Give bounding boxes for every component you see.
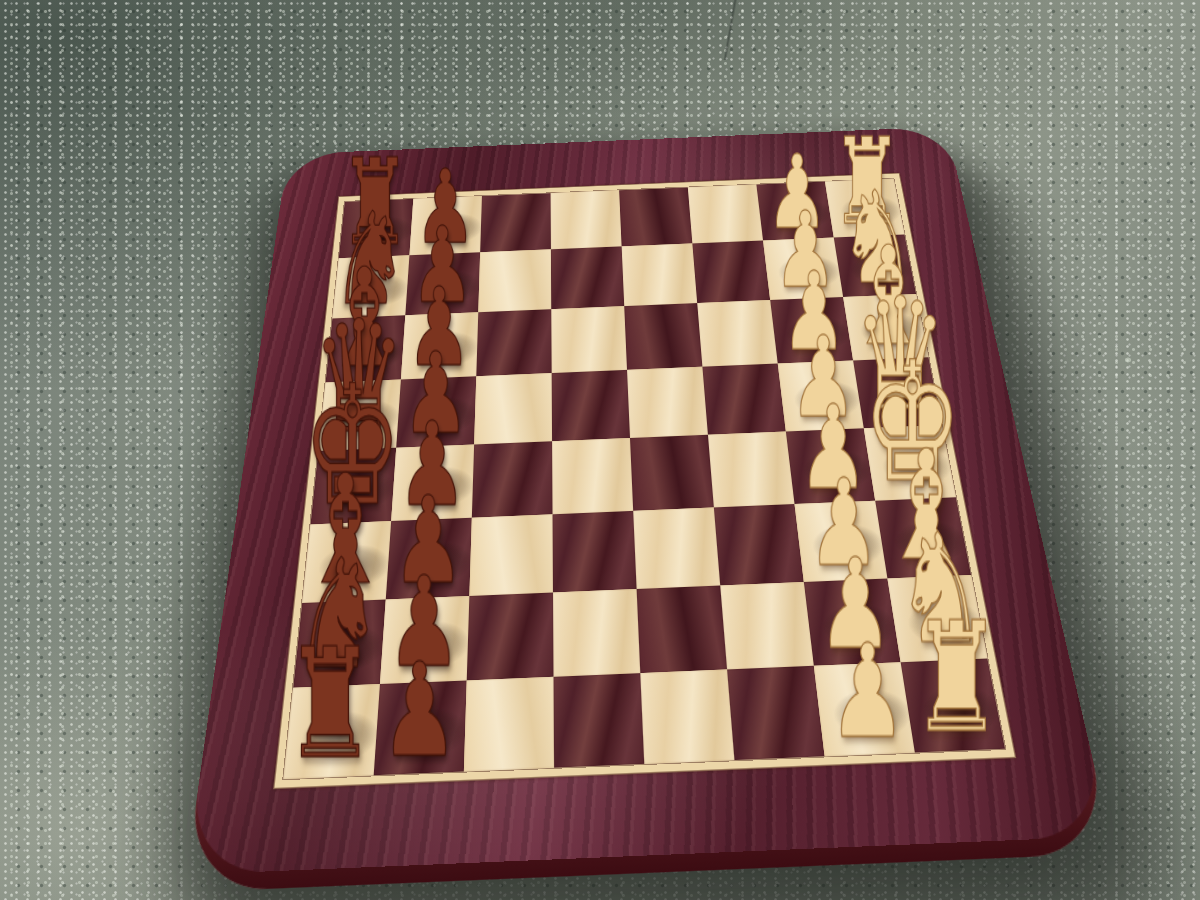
square-b5[interactable]	[551, 246, 624, 309]
square-d5[interactable]	[552, 370, 630, 441]
board-grid: ♜♟♟♜♞♟♟♞♝♟♟♝♛♟♟♛♚♟♟♚♝♟♟♝♞♟♟♞♜♟♟♜	[283, 179, 1005, 779]
square-g5[interactable]	[553, 589, 640, 677]
square-h5[interactable]	[554, 673, 645, 767]
board-inlay-border: ♜♟♟♜♞♟♟♞♝♟♟♝♛♟♟♛♚♟♟♚♝♟♟♝♞♟♟♞♜♟♟♜	[273, 173, 1016, 789]
square-f5[interactable]	[553, 511, 637, 593]
square-a5[interactable]	[551, 190, 622, 249]
square-b4[interactable]	[622, 243, 698, 306]
square-h2[interactable]: ♟	[814, 662, 915, 756]
square-e4[interactable]	[630, 435, 714, 511]
asphalt-ground: ♜♟♟♜♞♟♟♞♝♟♟♝♛♟♟♛♚♟♟♚♝♟♟♝♞♟♟♞♜♟♟♜	[0, 0, 1200, 900]
square-g4[interactable]	[637, 586, 727, 674]
square-e5[interactable]	[552, 438, 633, 514]
board-3d-assembly: ♜♟♟♜♞♟♟♞♝♟♟♝♛♟♟♛♚♟♟♚♝♟♟♝♞♟♟♞♜♟♟♜	[186, 127, 1110, 875]
square-d4[interactable]	[627, 367, 708, 438]
square-f4[interactable]	[633, 507, 720, 589]
square-h7[interactable]: ♟	[374, 680, 467, 775]
square-c5[interactable]	[551, 306, 627, 373]
chess-board: ♜♟♟♜♞♟♟♞♝♟♟♝♛♟♟♛♚♟♟♚♝♟♟♝♞♟♟♞♜♟♟♜	[186, 127, 1110, 875]
square-a4[interactable]	[619, 187, 692, 246]
square-h4[interactable]	[640, 670, 734, 764]
square-c4[interactable]	[624, 303, 702, 370]
